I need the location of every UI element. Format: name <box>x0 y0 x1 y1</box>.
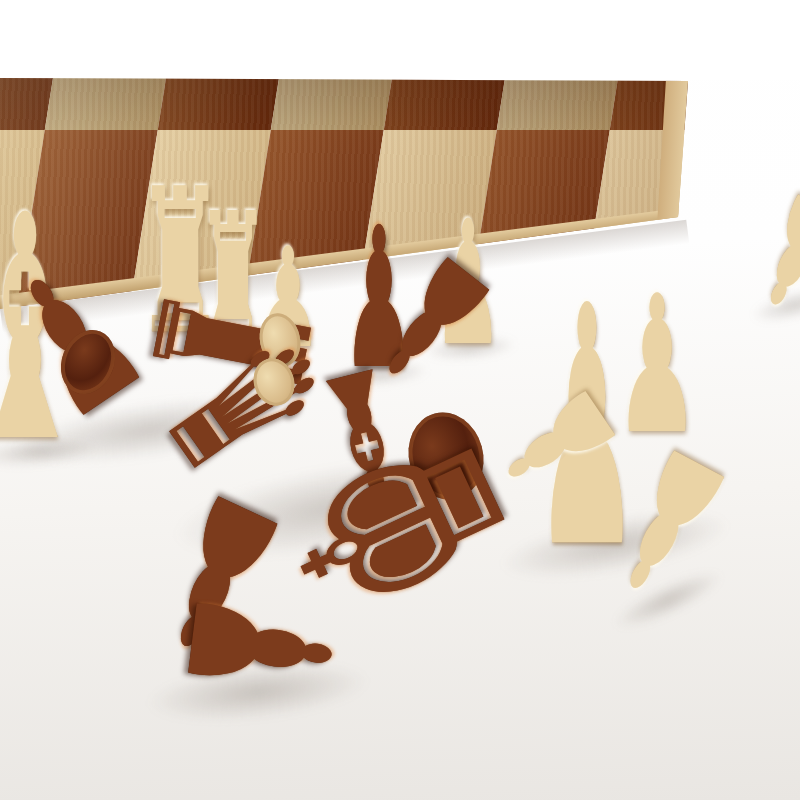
piece-light-pawn-lying: ♟ <box>733 168 800 335</box>
piece-layer: ♜♜♟♝♟♟♟♟♟♟♜♛♟♝♚♟♟♟♟ <box>0 0 800 800</box>
scene: ♜♜♟♝♟♟♟♟♟♟♜♛♟♝♚♟♟♟♟ <box>0 0 800 800</box>
